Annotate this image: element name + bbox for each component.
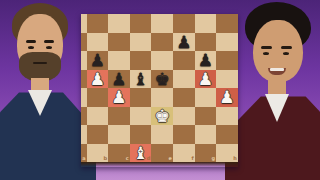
square-f7: ♟ — [173, 33, 195, 52]
square-g1: g — [195, 144, 217, 163]
square-g3 — [195, 107, 217, 126]
white-pawn: ♟ — [195, 70, 217, 89]
black-bishop: ♝ — [130, 70, 152, 89]
right-player-teeth — [270, 68, 284, 71]
right-player-eye — [263, 52, 269, 55]
square-d1: d♝ — [130, 144, 152, 163]
square-h2 — [216, 125, 238, 144]
right-player-photo — [241, 0, 320, 180]
square-f8 — [173, 14, 195, 33]
square-f6 — [173, 51, 195, 70]
square-b6: ♟ — [87, 51, 109, 70]
square-h4: ♟ — [216, 88, 238, 107]
square-e5: ♚ — [151, 70, 173, 89]
square-b1: b — [87, 144, 109, 163]
file-label-h: h — [233, 156, 237, 161]
file-label-a: a — [82, 156, 85, 161]
right-player-eyebrow — [261, 46, 272, 49]
square-c8 — [108, 14, 130, 33]
black-pawn: ♟ — [87, 51, 109, 70]
square-g4 — [195, 88, 217, 107]
square-e1: e — [151, 144, 173, 163]
square-d3 — [130, 107, 152, 126]
square-c3 — [108, 107, 130, 126]
file-label-f: f — [191, 156, 193, 161]
square-f4 — [173, 88, 195, 107]
square-h5 — [216, 70, 238, 89]
black-king: ♚ — [151, 70, 173, 89]
white-pawn: ♟ — [87, 70, 109, 89]
black-pawn: ♟ — [195, 51, 217, 70]
black-pawn: ♟ — [173, 33, 195, 52]
square-c1: c — [108, 144, 130, 163]
square-e3: ♚ — [151, 107, 173, 126]
board-bottom-shadow — [81, 162, 238, 167]
black-pawn: ♟ — [108, 70, 130, 89]
square-b4 — [87, 88, 109, 107]
right-player-eyebrow — [281, 46, 292, 49]
square-f5 — [173, 70, 195, 89]
square-e4 — [151, 88, 173, 107]
file-label-e: e — [169, 156, 172, 161]
square-d4 — [130, 88, 152, 107]
square-b3 — [87, 107, 109, 126]
chess-board: 87♟6♟♟5♟♟♝♚♟4♟♟3♚21abcd♝efgh — [81, 14, 238, 162]
right-player-neck — [268, 80, 286, 96]
square-c4: ♟ — [108, 88, 130, 107]
square-h3 — [216, 107, 238, 126]
square-b5: ♟ — [87, 70, 109, 89]
chess-board-clip: 87♟6♟♟5♟♟♝♚♟4♟♟3♚21abcd♝efgh — [81, 14, 238, 167]
square-d5: ♝ — [130, 70, 152, 89]
left-player-eyebrow — [26, 40, 36, 43]
left-player-photo — [0, 0, 78, 180]
file-label-g: g — [212, 156, 216, 161]
square-d2 — [130, 125, 152, 144]
white-pawn: ♟ — [108, 88, 130, 107]
square-b2 — [87, 125, 109, 144]
square-h8 — [216, 14, 238, 33]
square-h1: h — [216, 144, 238, 163]
square-b8 — [87, 14, 109, 33]
square-f1: f — [173, 144, 195, 163]
square-c7 — [108, 33, 130, 52]
file-label-c: c — [126, 156, 129, 161]
square-c6 — [108, 51, 130, 70]
square-c2 — [108, 125, 130, 144]
square-g2 — [195, 125, 217, 144]
right-player-eye — [283, 52, 289, 55]
white-pawn: ♟ — [216, 88, 238, 107]
square-f2 — [173, 125, 195, 144]
square-h7 — [216, 33, 238, 52]
square-d7 — [130, 33, 152, 52]
square-b7 — [87, 33, 109, 52]
square-g8 — [195, 14, 217, 33]
square-e8 — [151, 14, 173, 33]
left-player-eyebrow — [44, 40, 54, 43]
file-label-b: b — [104, 156, 108, 161]
square-e6 — [151, 51, 173, 70]
left-player-eye — [28, 46, 34, 49]
left-player-eye — [46, 46, 52, 49]
square-f3 — [173, 107, 195, 126]
white-king: ♚ — [151, 107, 173, 126]
square-g5: ♟ — [195, 70, 217, 89]
left-player-mouth — [33, 62, 47, 64]
square-d8 — [130, 14, 152, 33]
square-g7 — [195, 33, 217, 52]
square-g6: ♟ — [195, 51, 217, 70]
square-e7 — [151, 33, 173, 52]
square-d6 — [130, 51, 152, 70]
square-h6 — [216, 51, 238, 70]
square-e2 — [151, 125, 173, 144]
thumbnail-root: 87♟6♟♟5♟♟♝♚♟4♟♟3♚21abcd♝efgh — [0, 0, 320, 180]
file-label-d: d — [147, 156, 151, 161]
square-c5: ♟ — [108, 70, 130, 89]
